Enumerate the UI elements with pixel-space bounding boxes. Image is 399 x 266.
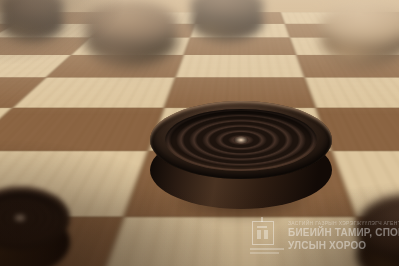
logo-tower-icon	[261, 217, 263, 222]
logo-emblem-right	[264, 230, 268, 239]
agency-logo	[252, 221, 274, 245]
square-6-3	[124, 151, 356, 217]
watermark-line3: УЛСЫН ХОРОО	[288, 240, 366, 251]
square-0-4	[281, 12, 375, 23]
square-0-1	[16, 12, 118, 23]
square-4-3	[164, 77, 316, 107]
square-6-2	[0, 151, 148, 217]
square-7-2	[0, 217, 124, 266]
square-3-2	[46, 55, 184, 78]
watermark-line1: ЗАСГИЙН ГАЗРЫН ХЭРЭГЖҮҮЛЭГЧ АГЕНТЛАГ	[288, 220, 399, 226]
square-0-3	[195, 12, 285, 23]
square-3-3	[175, 55, 304, 78]
checkers-photo-scene: ⛂⛂⛂⛀ ⛂⛂⛂ ЗАСГИЙН ГАЗРЫН ХЭРЭГЖҮҮЛЭГЧ АГЕ…	[0, 0, 399, 266]
square-5-3	[148, 108, 332, 151]
square-1-3	[190, 24, 290, 38]
logo-emblem-bar	[257, 226, 267, 228]
square-3-4	[296, 55, 399, 78]
watermark-line2: БИЕИЙН ТАМИР, СПОРТЫН	[288, 227, 399, 238]
square-2-4	[290, 37, 399, 54]
square-2-3	[184, 37, 297, 54]
square-1-2	[90, 24, 195, 38]
watermark: ЗАСГИЙН ГАЗРЫН ХЭРЭГЖҮҮЛЭГЧ АГЕНТЛАГ БИЕ…	[250, 217, 399, 266]
square-4-4	[305, 77, 399, 107]
square-5-2	[0, 108, 164, 151]
square-2-2	[71, 37, 190, 54]
square-1-1	[0, 24, 106, 38]
logo-emblem-left	[257, 230, 261, 239]
square-0-2	[106, 12, 200, 23]
square-1-4	[285, 24, 390, 38]
